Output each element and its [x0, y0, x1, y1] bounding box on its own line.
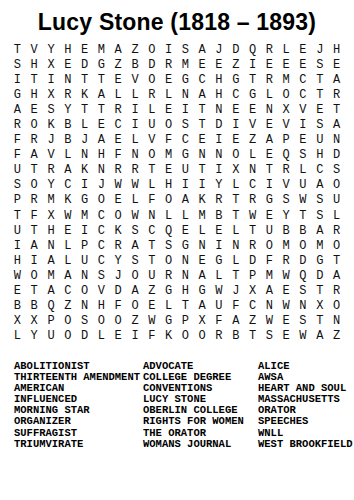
grid-cell-r11c9[interactable]: F: [143, 193, 160, 208]
grid-cell-r19c20[interactable]: N: [328, 314, 345, 329]
grid-cell-r9c16[interactable]: T: [261, 163, 278, 178]
grid-cell-r8c7[interactable]: F: [110, 148, 127, 163]
grid-cell-r20c13[interactable]: R: [211, 329, 228, 344]
grid-cell-r19c17[interactable]: E: [278, 314, 295, 329]
grid-cell-r5c1[interactable]: A: [9, 102, 26, 117]
grid-cell-r17c13[interactable]: W: [211, 284, 228, 299]
grid-cell-r12c15[interactable]: W: [244, 208, 261, 223]
grid-cell-r3c9[interactable]: O: [143, 72, 160, 87]
grid-cell-r11c12[interactable]: K: [194, 193, 211, 208]
grid-cell-r10c3[interactable]: Y: [43, 178, 60, 193]
grid-cell-r18c5[interactable]: N: [76, 299, 93, 314]
grid-cell-r2c6[interactable]: G: [93, 57, 110, 72]
grid-cell-r18c2[interactable]: B: [26, 299, 43, 314]
grid-cell-r2c16[interactable]: E: [261, 57, 278, 72]
grid-cell-r6c2[interactable]: O: [26, 117, 43, 132]
grid-cell-r1c19[interactable]: J: [311, 42, 328, 57]
grid-cell-r1c13[interactable]: J: [211, 42, 228, 57]
grid-cell-r14c15[interactable]: R: [244, 238, 261, 253]
grid-cell-r3c11[interactable]: G: [177, 72, 194, 87]
grid-cell-r12c17[interactable]: Y: [278, 208, 295, 223]
grid-cell-r14c1[interactable]: I: [9, 238, 26, 253]
grid-cell-r10c7[interactable]: W: [110, 178, 127, 193]
grid-cell-r12c8[interactable]: W: [127, 208, 144, 223]
grid-cell-r3c18[interactable]: C: [295, 72, 312, 87]
grid-cell-r8c2[interactable]: A: [26, 148, 43, 163]
grid-cell-r18c20[interactable]: O: [328, 299, 345, 314]
grid-cell-r5c11[interactable]: I: [177, 102, 194, 117]
grid-cell-r3c17[interactable]: M: [278, 72, 295, 87]
grid-cell-r11c10[interactable]: O: [160, 193, 177, 208]
grid-cell-r7c7[interactable]: E: [110, 133, 127, 148]
grid-cell-r13c15[interactable]: T: [244, 223, 261, 238]
grid-cell-r6c14[interactable]: I: [227, 117, 244, 132]
grid-cell-r1c17[interactable]: L: [278, 42, 295, 57]
grid-cell-r14c11[interactable]: G: [177, 238, 194, 253]
grid-cell-r15c18[interactable]: D: [295, 253, 312, 268]
grid-cell-r20c18[interactable]: W: [295, 329, 312, 344]
grid-cell-r3c19[interactable]: T: [311, 72, 328, 87]
grid-cell-r1c11[interactable]: S: [177, 42, 194, 57]
grid-cell-r2c18[interactable]: E: [295, 57, 312, 72]
grid-cell-r3c12[interactable]: C: [194, 72, 211, 87]
grid-cell-r5c15[interactable]: E: [244, 102, 261, 117]
grid-cell-r15c19[interactable]: G: [311, 253, 328, 268]
grid-cell-r7c13[interactable]: I: [211, 133, 228, 148]
grid-cell-r12c18[interactable]: T: [295, 208, 312, 223]
grid-cell-r16c17[interactable]: W: [278, 268, 295, 283]
grid-cell-r19c10[interactable]: G: [160, 314, 177, 329]
grid-cell-r8c4[interactable]: L: [59, 148, 76, 163]
grid-cell-r17c1[interactable]: E: [9, 284, 26, 299]
grid-cell-r17c7[interactable]: D: [110, 284, 127, 299]
grid-cell-r19c8[interactable]: Z: [127, 314, 144, 329]
grid-cell-r19c9[interactable]: W: [143, 314, 160, 329]
grid-cell-r7c20[interactable]: N: [328, 133, 345, 148]
grid-cell-r8c3[interactable]: V: [43, 148, 60, 163]
grid-cell-r5c2[interactable]: E: [26, 102, 43, 117]
grid-cell-r17c9[interactable]: Z: [143, 284, 160, 299]
grid-cell-r14c5[interactable]: P: [76, 238, 93, 253]
grid-cell-r6c1[interactable]: R: [9, 117, 26, 132]
grid-cell-r7c5[interactable]: J: [76, 133, 93, 148]
grid-cell-r5c10[interactable]: E: [160, 102, 177, 117]
grid-cell-r6c8[interactable]: I: [127, 117, 144, 132]
grid-cell-r19c6[interactable]: O: [93, 314, 110, 329]
grid-cell-r15c14[interactable]: L: [227, 253, 244, 268]
grid-cell-r16c1[interactable]: W: [9, 268, 26, 283]
grid-cell-r20c10[interactable]: K: [160, 329, 177, 344]
grid-cell-r2c12[interactable]: E: [194, 57, 211, 72]
grid-cell-r4c10[interactable]: L: [160, 87, 177, 102]
grid-cell-r2c3[interactable]: X: [43, 57, 60, 72]
grid-cell-r19c15[interactable]: Z: [244, 314, 261, 329]
grid-cell-r19c12[interactable]: X: [194, 314, 211, 329]
grid-cell-r17c10[interactable]: G: [160, 284, 177, 299]
grid-cell-r13c19[interactable]: A: [311, 223, 328, 238]
grid-cell-r18c18[interactable]: N: [295, 299, 312, 314]
grid-cell-r16c3[interactable]: M: [43, 268, 60, 283]
grid-cell-r2c17[interactable]: E: [278, 57, 295, 72]
grid-cell-r17c19[interactable]: T: [311, 284, 328, 299]
grid-cell-r15c10[interactable]: O: [160, 253, 177, 268]
grid-cell-r15c6[interactable]: C: [93, 253, 110, 268]
grid-cell-r5c3[interactable]: S: [43, 102, 60, 117]
grid-cell-r14c20[interactable]: O: [328, 238, 345, 253]
grid-cell-r11c18[interactable]: W: [295, 193, 312, 208]
grid-cell-r16c8[interactable]: O: [127, 268, 144, 283]
grid-cell-r1c12[interactable]: A: [194, 42, 211, 57]
grid-cell-r1c15[interactable]: Q: [244, 42, 261, 57]
grid-cell-r15c16[interactable]: F: [261, 253, 278, 268]
grid-cell-r13c8[interactable]: S: [127, 223, 144, 238]
grid-cell-r10c5[interactable]: I: [76, 178, 93, 193]
grid-cell-r4c11[interactable]: N: [177, 87, 194, 102]
grid-cell-r9c14[interactable]: X: [227, 163, 244, 178]
grid-cell-r20c16[interactable]: S: [261, 329, 278, 344]
grid-cell-r9c9[interactable]: T: [143, 163, 160, 178]
grid-cell-r4c14[interactable]: C: [227, 87, 244, 102]
grid-cell-r14c8[interactable]: A: [127, 238, 144, 253]
grid-cell-r14c4[interactable]: L: [59, 238, 76, 253]
grid-cell-r13c14[interactable]: L: [227, 223, 244, 238]
grid-cell-r11c8[interactable]: L: [127, 193, 144, 208]
grid-cell-r9c1[interactable]: U: [9, 163, 26, 178]
grid-cell-r10c13[interactable]: Y: [211, 178, 228, 193]
grid-cell-r3c15[interactable]: T: [244, 72, 261, 87]
grid-cell-r16c9[interactable]: U: [143, 268, 160, 283]
grid-cell-r16c2[interactable]: O: [26, 268, 43, 283]
grid-cell-r9c10[interactable]: E: [160, 163, 177, 178]
grid-cell-r11c15[interactable]: R: [244, 193, 261, 208]
grid-cell-r16c15[interactable]: P: [244, 268, 261, 283]
grid-cell-r14c12[interactable]: N: [194, 238, 211, 253]
grid-cell-r7c19[interactable]: U: [311, 133, 328, 148]
grid-cell-r12c16[interactable]: E: [261, 208, 278, 223]
grid-cell-r11c20[interactable]: U: [328, 193, 345, 208]
grid-cell-r5c20[interactable]: T: [328, 102, 345, 117]
grid-cell-r20c6[interactable]: L: [93, 329, 110, 344]
grid-cell-r3c6[interactable]: T: [93, 72, 110, 87]
grid-cell-r8c15[interactable]: L: [244, 148, 261, 163]
grid-cell-r6c18[interactable]: I: [295, 117, 312, 132]
grid-cell-r5c19[interactable]: E: [311, 102, 328, 117]
grid-cell-r15c2[interactable]: I: [26, 253, 43, 268]
grid-cell-r12c7[interactable]: O: [110, 208, 127, 223]
word-search-grid[interactable]: TVYHEMAZOISAJDQRLEJHSHXEDGZBDRMEEZIEEESE…: [9, 42, 345, 344]
grid-cell-r18c4[interactable]: Z: [59, 299, 76, 314]
grid-cell-r8c12[interactable]: N: [194, 148, 211, 163]
grid-cell-r5c16[interactable]: N: [261, 102, 278, 117]
grid-cell-r18c13[interactable]: U: [211, 299, 228, 314]
grid-cell-r12c4[interactable]: W: [59, 208, 76, 223]
grid-cell-r9c6[interactable]: N: [93, 163, 110, 178]
grid-cell-r20c8[interactable]: I: [127, 329, 144, 344]
grid-cell-r7c8[interactable]: L: [127, 133, 144, 148]
grid-cell-r5c12[interactable]: T: [194, 102, 211, 117]
grid-cell-r11c13[interactable]: R: [211, 193, 228, 208]
grid-cell-r15c13[interactable]: G: [211, 253, 228, 268]
grid-cell-r19c16[interactable]: W: [261, 314, 278, 329]
grid-cell-r7c10[interactable]: F: [160, 133, 177, 148]
grid-cell-r13c13[interactable]: E: [211, 223, 228, 238]
grid-cell-r18c16[interactable]: N: [261, 299, 278, 314]
grid-cell-r1c18[interactable]: E: [295, 42, 312, 57]
grid-cell-r6c16[interactable]: E: [261, 117, 278, 132]
grid-cell-r2c14[interactable]: Z: [227, 57, 244, 72]
grid-cell-r5c14[interactable]: E: [227, 102, 244, 117]
grid-cell-r14c3[interactable]: N: [43, 238, 60, 253]
grid-cell-r7c3[interactable]: J: [43, 133, 60, 148]
grid-cell-r9c18[interactable]: L: [295, 163, 312, 178]
grid-cell-r15c7[interactable]: Y: [110, 253, 127, 268]
grid-cell-r10c12[interactable]: I: [194, 178, 211, 193]
grid-cell-r18c11[interactable]: T: [177, 299, 194, 314]
grid-cell-r1c16[interactable]: R: [261, 42, 278, 57]
grid-cell-r2c5[interactable]: D: [76, 57, 93, 72]
grid-cell-r11c4[interactable]: K: [59, 193, 76, 208]
grid-cell-r8c11[interactable]: G: [177, 148, 194, 163]
grid-cell-r18c7[interactable]: F: [110, 299, 127, 314]
grid-cell-r5c17[interactable]: X: [278, 102, 295, 117]
grid-cell-r1c14[interactable]: D: [227, 42, 244, 57]
grid-cell-r4c8[interactable]: L: [127, 87, 144, 102]
grid-cell-r7c6[interactable]: A: [93, 133, 110, 148]
grid-cell-r7c17[interactable]: P: [278, 133, 295, 148]
grid-cell-r14c14[interactable]: N: [227, 238, 244, 253]
grid-cell-r19c18[interactable]: S: [295, 314, 312, 329]
grid-cell-r4c9[interactable]: R: [143, 87, 160, 102]
grid-cell-r1c7[interactable]: A: [110, 42, 127, 57]
grid-cell-r18c19[interactable]: X: [311, 299, 328, 314]
grid-cell-r12c20[interactable]: L: [328, 208, 345, 223]
grid-cell-r4c2[interactable]: H: [26, 87, 43, 102]
grid-cell-r5c4[interactable]: Y: [59, 102, 76, 117]
grid-cell-r4c19[interactable]: T: [311, 87, 328, 102]
grid-cell-r15c3[interactable]: A: [43, 253, 60, 268]
grid-cell-r15c4[interactable]: L: [59, 253, 76, 268]
grid-cell-r17c17[interactable]: E: [278, 284, 295, 299]
grid-cell-r13c11[interactable]: E: [177, 223, 194, 238]
grid-cell-r17c12[interactable]: G: [194, 284, 211, 299]
grid-cell-r20c12[interactable]: O: [194, 329, 211, 344]
grid-cell-r17c4[interactable]: C: [59, 284, 76, 299]
grid-cell-r11c14[interactable]: T: [227, 193, 244, 208]
grid-cell-r2c7[interactable]: Z: [110, 57, 127, 72]
grid-cell-r4c13[interactable]: H: [211, 87, 228, 102]
grid-cell-r6c5[interactable]: L: [76, 117, 93, 132]
grid-cell-r9c2[interactable]: T: [26, 163, 43, 178]
grid-cell-r2c4[interactable]: E: [59, 57, 76, 72]
grid-cell-r17c11[interactable]: H: [177, 284, 194, 299]
grid-cell-r7c9[interactable]: V: [143, 133, 160, 148]
grid-cell-r12c13[interactable]: B: [211, 208, 228, 223]
grid-cell-r20c5[interactable]: D: [76, 329, 93, 344]
grid-cell-r14c16[interactable]: O: [261, 238, 278, 253]
grid-cell-r3c20[interactable]: A: [328, 72, 345, 87]
grid-cell-r4c15[interactable]: G: [244, 87, 261, 102]
grid-cell-r19c19[interactable]: T: [311, 314, 328, 329]
grid-cell-r8c18[interactable]: S: [295, 148, 312, 163]
grid-cell-r6c6[interactable]: E: [93, 117, 110, 132]
grid-cell-r7c18[interactable]: E: [295, 133, 312, 148]
grid-cell-r20c11[interactable]: O: [177, 329, 194, 344]
grid-cell-r9c11[interactable]: U: [177, 163, 194, 178]
grid-cell-r20c15[interactable]: T: [244, 329, 261, 344]
grid-cell-r13c4[interactable]: E: [59, 223, 76, 238]
grid-cell-r6c11[interactable]: S: [177, 117, 194, 132]
grid-cell-r16c19[interactable]: D: [311, 268, 328, 283]
grid-cell-r6c4[interactable]: B: [59, 117, 76, 132]
grid-cell-r19c7[interactable]: O: [110, 314, 127, 329]
grid-cell-r9c12[interactable]: T: [194, 163, 211, 178]
grid-cell-r13c18[interactable]: B: [295, 223, 312, 238]
grid-cell-r16c11[interactable]: N: [177, 268, 194, 283]
grid-cell-r6c12[interactable]: T: [194, 117, 211, 132]
grid-cell-r12c3[interactable]: X: [43, 208, 60, 223]
grid-cell-r12c1[interactable]: T: [9, 208, 26, 223]
grid-cell-r20c7[interactable]: E: [110, 329, 127, 344]
grid-cell-r7c1[interactable]: F: [9, 133, 26, 148]
grid-cell-r8c13[interactable]: N: [211, 148, 228, 163]
grid-cell-r9c3[interactable]: R: [43, 163, 60, 178]
grid-cell-r4c20[interactable]: R: [328, 87, 345, 102]
grid-cell-r10c11[interactable]: I: [177, 178, 194, 193]
grid-cell-r2c10[interactable]: R: [160, 57, 177, 72]
grid-cell-r4c12[interactable]: A: [194, 87, 211, 102]
grid-cell-r18c10[interactable]: L: [160, 299, 177, 314]
grid-cell-r19c3[interactable]: P: [43, 314, 60, 329]
grid-cell-r7c2[interactable]: R: [26, 133, 43, 148]
grid-cell-r16c20[interactable]: A: [328, 268, 345, 283]
grid-cell-r1c5[interactable]: E: [76, 42, 93, 57]
grid-cell-r16c13[interactable]: L: [211, 268, 228, 283]
grid-cell-r11c19[interactable]: S: [311, 193, 328, 208]
grid-cell-r13c20[interactable]: R: [328, 223, 345, 238]
grid-cell-r4c7[interactable]: L: [110, 87, 127, 102]
grid-cell-r18c9[interactable]: E: [143, 299, 160, 314]
grid-cell-r12c12[interactable]: M: [194, 208, 211, 223]
grid-cell-r11c11[interactable]: A: [177, 193, 194, 208]
grid-cell-r6c3[interactable]: K: [43, 117, 60, 132]
grid-cell-r12c11[interactable]: L: [177, 208, 194, 223]
grid-cell-r10c19[interactable]: A: [311, 178, 328, 193]
grid-cell-r10c6[interactable]: J: [93, 178, 110, 193]
grid-cell-r8c9[interactable]: O: [143, 148, 160, 163]
grid-cell-r3c3[interactable]: I: [43, 72, 60, 87]
grid-cell-r17c2[interactable]: T: [26, 284, 43, 299]
grid-cell-r9c20[interactable]: S: [328, 163, 345, 178]
grid-cell-r14c2[interactable]: A: [26, 238, 43, 253]
grid-cell-r7c14[interactable]: E: [227, 133, 244, 148]
grid-cell-r12c19[interactable]: S: [311, 208, 328, 223]
grid-cell-r2c2[interactable]: H: [26, 57, 43, 72]
grid-cell-r16c10[interactable]: R: [160, 268, 177, 283]
grid-cell-r3c4[interactable]: N: [59, 72, 76, 87]
grid-cell-r11c17[interactable]: S: [278, 193, 295, 208]
grid-cell-r8c6[interactable]: H: [93, 148, 110, 163]
grid-cell-r15c15[interactable]: D: [244, 253, 261, 268]
grid-cell-r19c13[interactable]: F: [211, 314, 228, 329]
grid-cell-r18c8[interactable]: O: [127, 299, 144, 314]
grid-cell-r13c7[interactable]: K: [110, 223, 127, 238]
grid-cell-r4c18[interactable]: C: [295, 87, 312, 102]
grid-cell-r14c17[interactable]: M: [278, 238, 295, 253]
grid-cell-r20c14[interactable]: B: [227, 329, 244, 344]
grid-cell-r20c3[interactable]: U: [43, 329, 60, 344]
grid-cell-r6c10[interactable]: O: [160, 117, 177, 132]
grid-cell-r16c12[interactable]: A: [194, 268, 211, 283]
grid-cell-r15c17[interactable]: R: [278, 253, 295, 268]
grid-cell-r6c20[interactable]: A: [328, 117, 345, 132]
grid-cell-r13c3[interactable]: H: [43, 223, 60, 238]
grid-cell-r3c8[interactable]: V: [127, 72, 144, 87]
grid-cell-r12c2[interactable]: F: [26, 208, 43, 223]
grid-cell-r10c14[interactable]: L: [227, 178, 244, 193]
grid-cell-r15c1[interactable]: H: [9, 253, 26, 268]
grid-cell-r16c16[interactable]: M: [261, 268, 278, 283]
grid-cell-r11c7[interactable]: E: [110, 193, 127, 208]
grid-cell-r2c8[interactable]: B: [127, 57, 144, 72]
grid-cell-r12c6[interactable]: C: [93, 208, 110, 223]
grid-cell-r20c20[interactable]: Z: [328, 329, 345, 344]
grid-cell-r1c10[interactable]: I: [160, 42, 177, 57]
grid-cell-r16c7[interactable]: J: [110, 268, 127, 283]
grid-cell-r19c1[interactable]: X: [9, 314, 26, 329]
grid-cell-r13c5[interactable]: I: [76, 223, 93, 238]
grid-cell-r14c9[interactable]: T: [143, 238, 160, 253]
grid-cell-r10c9[interactable]: L: [143, 178, 160, 193]
grid-cell-r4c17[interactable]: O: [278, 87, 295, 102]
grid-cell-r11c5[interactable]: G: [76, 193, 93, 208]
grid-cell-r9c19[interactable]: C: [311, 163, 328, 178]
grid-cell-r15c5[interactable]: U: [76, 253, 93, 268]
grid-cell-r20c2[interactable]: Y: [26, 329, 43, 344]
grid-cell-r5c9[interactable]: L: [143, 102, 160, 117]
grid-cell-r7c11[interactable]: C: [177, 133, 194, 148]
grid-cell-r3c7[interactable]: E: [110, 72, 127, 87]
grid-cell-r19c2[interactable]: X: [26, 314, 43, 329]
grid-cell-r14c18[interactable]: O: [295, 238, 312, 253]
grid-cell-r6c15[interactable]: V: [244, 117, 261, 132]
grid-cell-r10c20[interactable]: O: [328, 178, 345, 193]
grid-cell-r9c8[interactable]: R: [127, 163, 144, 178]
grid-cell-r14c7[interactable]: R: [110, 238, 127, 253]
grid-cell-r13c6[interactable]: C: [93, 223, 110, 238]
grid-cell-r16c18[interactable]: Q: [295, 268, 312, 283]
grid-cell-r8c16[interactable]: E: [261, 148, 278, 163]
grid-cell-r8c8[interactable]: N: [127, 148, 144, 163]
grid-cell-r11c1[interactable]: P: [9, 193, 26, 208]
grid-cell-r12c14[interactable]: T: [227, 208, 244, 223]
grid-cell-r3c10[interactable]: E: [160, 72, 177, 87]
grid-cell-r6c17[interactable]: V: [278, 117, 295, 132]
grid-cell-r5c18[interactable]: V: [295, 102, 312, 117]
grid-cell-r15c8[interactable]: S: [127, 253, 144, 268]
grid-cell-r11c6[interactable]: O: [93, 193, 110, 208]
grid-cell-r8c19[interactable]: H: [311, 148, 328, 163]
grid-cell-r4c3[interactable]: X: [43, 87, 60, 102]
grid-cell-r13c16[interactable]: U: [261, 223, 278, 238]
grid-cell-r1c8[interactable]: Z: [127, 42, 144, 57]
grid-cell-r3c5[interactable]: T: [76, 72, 93, 87]
grid-cell-r14c19[interactable]: M: [311, 238, 328, 253]
grid-cell-r18c6[interactable]: H: [93, 299, 110, 314]
grid-cell-r14c10[interactable]: S: [160, 238, 177, 253]
grid-cell-r2c13[interactable]: E: [211, 57, 228, 72]
grid-cell-r2c9[interactable]: D: [143, 57, 160, 72]
grid-cell-r12c9[interactable]: N: [143, 208, 160, 223]
